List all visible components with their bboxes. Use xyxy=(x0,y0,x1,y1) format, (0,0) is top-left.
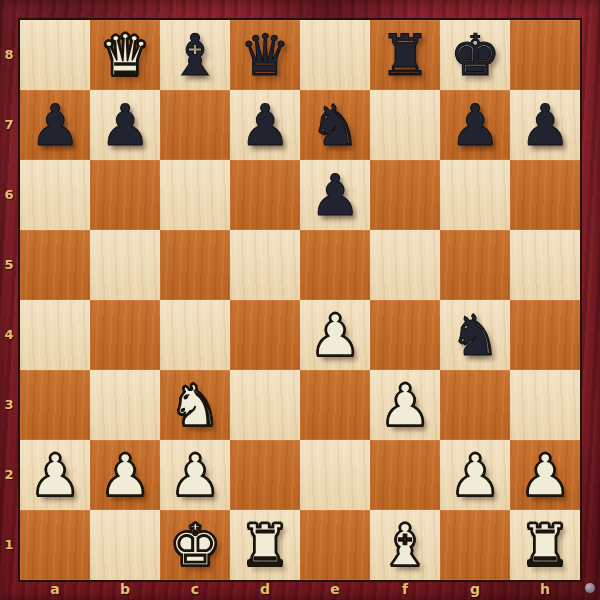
board-frame: ♛♝♛♜♚♟♟♟♞♟♟♟♟♞♞♟♟♟♟♟♟♚♜♝♜ 87654321 abcde… xyxy=(0,0,600,600)
square-b2[interactable]: ♟ xyxy=(90,440,160,510)
square-a8[interactable] xyxy=(20,20,90,90)
piece-black-pawn-e6[interactable]: ♟ xyxy=(309,160,360,230)
square-c3[interactable]: ♞ xyxy=(160,370,230,440)
square-f4[interactable] xyxy=(370,300,440,370)
piece-white-pawn-b2[interactable]: ♟ xyxy=(99,440,150,510)
rank-label-7: 7 xyxy=(0,117,18,132)
square-c6[interactable] xyxy=(160,160,230,230)
file-label-b: b xyxy=(90,579,160,600)
square-h3[interactable] xyxy=(510,370,580,440)
file-label-g: g xyxy=(440,579,510,600)
piece-black-pawn-b7[interactable]: ♟ xyxy=(99,90,150,160)
piece-black-pawn-g7[interactable]: ♟ xyxy=(449,90,500,160)
piece-white-bishop-f1[interactable]: ♝ xyxy=(379,510,430,580)
square-d7[interactable]: ♟ xyxy=(230,90,300,160)
square-d4[interactable] xyxy=(230,300,300,370)
chess-board[interactable]: ♛♝♛♜♚♟♟♟♞♟♟♟♟♞♞♟♟♟♟♟♟♚♜♝♜ xyxy=(18,18,582,582)
square-g1[interactable] xyxy=(440,510,510,580)
file-label-c: c xyxy=(160,579,230,600)
square-a4[interactable] xyxy=(20,300,90,370)
square-e1[interactable] xyxy=(300,510,370,580)
rank-label-4: 4 xyxy=(0,327,18,342)
square-d2[interactable] xyxy=(230,440,300,510)
piece-black-rook-f8[interactable]: ♜ xyxy=(379,20,430,90)
square-e3[interactable] xyxy=(300,370,370,440)
square-b7[interactable]: ♟ xyxy=(90,90,160,160)
square-g2[interactable]: ♟ xyxy=(440,440,510,510)
square-h4[interactable] xyxy=(510,300,580,370)
piece-white-pawn-f3[interactable]: ♟ xyxy=(379,370,430,440)
square-h8[interactable] xyxy=(510,20,580,90)
file-label-f: f xyxy=(370,579,440,600)
square-f7[interactable] xyxy=(370,90,440,160)
piece-white-knight-c3[interactable]: ♞ xyxy=(169,370,220,440)
rank-label-1: 1 xyxy=(0,537,18,552)
rank-label-6: 6 xyxy=(0,187,18,202)
file-label-a: a xyxy=(20,579,90,600)
piece-white-pawn-a2[interactable]: ♟ xyxy=(29,440,80,510)
square-b1[interactable] xyxy=(90,510,160,580)
square-g6[interactable] xyxy=(440,160,510,230)
square-c4[interactable] xyxy=(160,300,230,370)
square-c7[interactable] xyxy=(160,90,230,160)
piece-white-pawn-g2[interactable]: ♟ xyxy=(449,440,500,510)
square-e7[interactable]: ♞ xyxy=(300,90,370,160)
square-f1[interactable]: ♝ xyxy=(370,510,440,580)
square-a1[interactable] xyxy=(20,510,90,580)
square-a7[interactable]: ♟ xyxy=(20,90,90,160)
piece-black-queen-d8[interactable]: ♛ xyxy=(239,20,290,90)
piece-black-king-g8[interactable]: ♚ xyxy=(449,20,500,90)
square-c1[interactable]: ♚ xyxy=(160,510,230,580)
square-e6[interactable]: ♟ xyxy=(300,160,370,230)
piece-white-pawn-e4[interactable]: ♟ xyxy=(309,300,360,370)
rank-label-8: 8 xyxy=(0,47,18,62)
piece-white-queen-b8[interactable]: ♛ xyxy=(99,20,150,90)
square-d3[interactable] xyxy=(230,370,300,440)
piece-white-pawn-h2[interactable]: ♟ xyxy=(519,440,570,510)
square-h2[interactable]: ♟ xyxy=(510,440,580,510)
square-f3[interactable]: ♟ xyxy=(370,370,440,440)
square-c2[interactable]: ♟ xyxy=(160,440,230,510)
piece-white-rook-h1[interactable]: ♜ xyxy=(519,510,570,580)
square-f5[interactable] xyxy=(370,230,440,300)
square-h5[interactable] xyxy=(510,230,580,300)
square-f2[interactable] xyxy=(370,440,440,510)
rank-label-5: 5 xyxy=(0,257,18,272)
rank-label-3: 3 xyxy=(0,397,18,412)
square-e4[interactable]: ♟ xyxy=(300,300,370,370)
square-d1[interactable]: ♜ xyxy=(230,510,300,580)
square-d8[interactable]: ♛ xyxy=(230,20,300,90)
square-g4[interactable]: ♞ xyxy=(440,300,510,370)
piece-black-pawn-a7[interactable]: ♟ xyxy=(29,90,80,160)
square-b5[interactable] xyxy=(90,230,160,300)
file-label-d: d xyxy=(230,579,300,600)
square-a6[interactable] xyxy=(20,160,90,230)
square-b3[interactable] xyxy=(90,370,160,440)
square-h1[interactable]: ♜ xyxy=(510,510,580,580)
file-label-h: h xyxy=(510,579,580,600)
square-h6[interactable] xyxy=(510,160,580,230)
square-e2[interactable] xyxy=(300,440,370,510)
square-g3[interactable] xyxy=(440,370,510,440)
piece-white-king-c1[interactable]: ♚ xyxy=(169,510,220,580)
square-d6[interactable] xyxy=(230,160,300,230)
corner-dot-icon xyxy=(585,583,595,593)
piece-white-pawn-c2[interactable]: ♟ xyxy=(169,440,220,510)
square-g8[interactable]: ♚ xyxy=(440,20,510,90)
square-d5[interactable] xyxy=(230,230,300,300)
square-e5[interactable] xyxy=(300,230,370,300)
square-b8[interactable]: ♛ xyxy=(90,20,160,90)
piece-black-knight-e7[interactable]: ♞ xyxy=(309,90,360,160)
piece-black-pawn-d7[interactable]: ♟ xyxy=(239,90,290,160)
piece-black-knight-g4[interactable]: ♞ xyxy=(449,300,500,370)
file-label-e: e xyxy=(300,579,370,600)
square-a2[interactable]: ♟ xyxy=(20,440,90,510)
piece-black-bishop-c8[interactable]: ♝ xyxy=(169,20,220,90)
square-a3[interactable] xyxy=(20,370,90,440)
piece-white-rook-d1[interactable]: ♜ xyxy=(239,510,290,580)
square-h7[interactable]: ♟ xyxy=(510,90,580,160)
square-f8[interactable]: ♜ xyxy=(370,20,440,90)
square-b6[interactable] xyxy=(90,160,160,230)
square-g5[interactable] xyxy=(440,230,510,300)
square-c8[interactable]: ♝ xyxy=(160,20,230,90)
square-a5[interactable] xyxy=(20,230,90,300)
square-f6[interactable] xyxy=(370,160,440,230)
square-c5[interactable] xyxy=(160,230,230,300)
square-b4[interactable] xyxy=(90,300,160,370)
square-e8[interactable] xyxy=(300,20,370,90)
piece-black-pawn-h7[interactable]: ♟ xyxy=(519,90,570,160)
rank-label-2: 2 xyxy=(0,467,18,482)
square-g7[interactable]: ♟ xyxy=(440,90,510,160)
